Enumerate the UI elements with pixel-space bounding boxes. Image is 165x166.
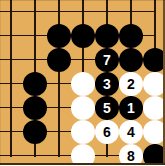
stone-white-c7r4[interactable]	[143, 72, 165, 96]
stone-black-c5r4[interactable]: 3	[95, 72, 119, 96]
stone-white-c4r7[interactable]	[71, 144, 95, 166]
stone-black-c3r3[interactable]	[47, 48, 71, 72]
stone-white-c6r7[interactable]: 8	[119, 144, 143, 166]
stone-white-c5r6[interactable]: 6	[95, 120, 119, 144]
stone-black-c6r2[interactable]	[119, 24, 143, 48]
move-number-label: 1	[127, 96, 135, 120]
move-number-label: 3	[103, 72, 111, 96]
stone-white-c6r4[interactable]: 2	[119, 72, 143, 96]
go-board[interactable]: 73251648	[0, 0, 165, 165]
stone-white-c7r6[interactable]	[143, 120, 165, 144]
stones-layer: 73251648	[0, 0, 165, 165]
board-edge-right	[163, 0, 165, 165]
move-number-label: 2	[127, 72, 135, 96]
stone-white-c4r6[interactable]	[71, 120, 95, 144]
stone-white-c4r4[interactable]	[71, 72, 95, 96]
stone-black-c6r5[interactable]: 1	[119, 96, 143, 120]
stone-black-c5r2[interactable]	[95, 24, 119, 48]
stone-black-c7r7[interactable]	[143, 144, 165, 166]
move-number-label: 4	[127, 120, 135, 144]
move-number-label: 8	[127, 144, 135, 166]
move-number-label: 5	[103, 96, 111, 120]
stone-white-c6r6[interactable]: 4	[119, 120, 143, 144]
move-number-label: 6	[103, 120, 111, 144]
stone-black-c2r4[interactable]	[23, 72, 47, 96]
stone-black-c4r2[interactable]	[71, 24, 95, 48]
stone-black-c2r5[interactable]	[23, 96, 47, 120]
image-edge-left	[0, 0, 1, 165]
stone-black-c5r5[interactable]: 5	[95, 96, 119, 120]
stone-black-c7r3[interactable]	[143, 48, 165, 72]
stone-black-c6r3[interactable]	[119, 48, 143, 72]
image-edge-top	[0, 0, 165, 1]
move-number-label: 7	[103, 48, 111, 72]
stone-black-c5r3[interactable]: 7	[95, 48, 119, 72]
stone-white-c7r5[interactable]	[143, 96, 165, 120]
board-edge-bottom	[0, 163, 165, 165]
stone-black-c3r2[interactable]	[47, 24, 71, 48]
stone-black-c2r6[interactable]	[23, 120, 47, 144]
stone-white-c4r5[interactable]	[71, 96, 95, 120]
